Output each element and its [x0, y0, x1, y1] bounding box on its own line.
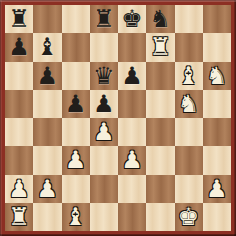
- square-g2[interactable]: [175, 175, 203, 203]
- square-b2[interactable]: ♟: [33, 175, 61, 203]
- square-d2[interactable]: [90, 175, 118, 203]
- piece-black-knight[interactable]: ♞: [150, 5, 172, 33]
- square-g6[interactable]: ♝: [175, 62, 203, 90]
- piece-white-knight[interactable]: ♞: [178, 90, 200, 118]
- square-a7[interactable]: ♟: [5, 33, 33, 61]
- square-g7[interactable]: [175, 33, 203, 61]
- piece-white-pawn[interactable]: ♟: [121, 146, 143, 174]
- square-g8[interactable]: [175, 5, 203, 33]
- square-g3[interactable]: [175, 146, 203, 174]
- square-a4[interactable]: [5, 118, 33, 146]
- square-a5[interactable]: [5, 90, 33, 118]
- piece-black-rook[interactable]: ♜: [8, 5, 30, 33]
- square-b8[interactable]: [33, 5, 61, 33]
- square-d6[interactable]: ♛: [90, 62, 118, 90]
- square-f1[interactable]: [146, 203, 174, 231]
- square-e5[interactable]: [118, 90, 146, 118]
- square-e2[interactable]: [118, 175, 146, 203]
- piece-white-pawn[interactable]: ♟: [206, 175, 228, 203]
- square-d3[interactable]: [90, 146, 118, 174]
- square-h5[interactable]: [203, 90, 231, 118]
- square-b4[interactable]: [33, 118, 61, 146]
- piece-black-pawn[interactable]: ♟: [65, 90, 87, 118]
- square-h1[interactable]: [203, 203, 231, 231]
- piece-black-pawn[interactable]: ♟: [121, 62, 143, 90]
- square-h2[interactable]: ♟: [203, 175, 231, 203]
- piece-white-pawn[interactable]: ♟: [65, 146, 87, 174]
- square-d8[interactable]: ♜: [90, 5, 118, 33]
- square-e7[interactable]: [118, 33, 146, 61]
- square-c4[interactable]: [62, 118, 90, 146]
- square-c8[interactable]: [62, 5, 90, 33]
- square-f6[interactable]: [146, 62, 174, 90]
- square-h4[interactable]: [203, 118, 231, 146]
- piece-black-queen[interactable]: ♛: [93, 62, 115, 90]
- square-d4[interactable]: ♟: [90, 118, 118, 146]
- piece-white-king[interactable]: ♚: [178, 203, 200, 231]
- square-e4[interactable]: [118, 118, 146, 146]
- chess-board-frame: ♜♜♚♞♟♝♜♟♛♟♝♞♟♟♞♟♟♟♟♟♟♜♝♚: [0, 0, 236, 236]
- square-b3[interactable]: [33, 146, 61, 174]
- square-b1[interactable]: [33, 203, 61, 231]
- square-c6[interactable]: [62, 62, 90, 90]
- square-f8[interactable]: ♞: [146, 5, 174, 33]
- square-h8[interactable]: [203, 5, 231, 33]
- square-h3[interactable]: [203, 146, 231, 174]
- piece-white-knight[interactable]: ♞: [206, 62, 228, 90]
- square-b5[interactable]: [33, 90, 61, 118]
- square-f5[interactable]: [146, 90, 174, 118]
- square-a1[interactable]: ♜: [5, 203, 33, 231]
- square-a6[interactable]: [5, 62, 33, 90]
- piece-white-rook[interactable]: ♜: [8, 203, 30, 231]
- square-g5[interactable]: ♞: [175, 90, 203, 118]
- piece-black-king[interactable]: ♚: [121, 5, 143, 33]
- square-c7[interactable]: [62, 33, 90, 61]
- square-c2[interactable]: [62, 175, 90, 203]
- square-e6[interactable]: ♟: [118, 62, 146, 90]
- square-e8[interactable]: ♚: [118, 5, 146, 33]
- square-f2[interactable]: [146, 175, 174, 203]
- square-h7[interactable]: [203, 33, 231, 61]
- piece-white-bishop[interactable]: ♝: [178, 62, 200, 90]
- piece-white-pawn[interactable]: ♟: [8, 175, 30, 203]
- piece-black-pawn[interactable]: ♟: [37, 62, 59, 90]
- square-e1[interactable]: [118, 203, 146, 231]
- square-c3[interactable]: ♟: [62, 146, 90, 174]
- piece-black-rook[interactable]: ♜: [93, 5, 115, 33]
- square-a8[interactable]: ♜: [5, 5, 33, 33]
- square-b7[interactable]: ♝: [33, 33, 61, 61]
- square-b6[interactable]: ♟: [33, 62, 61, 90]
- square-d7[interactable]: [90, 33, 118, 61]
- piece-black-pawn[interactable]: ♟: [93, 90, 115, 118]
- piece-black-bishop[interactable]: ♝: [37, 33, 59, 61]
- square-c1[interactable]: ♝: [62, 203, 90, 231]
- square-f7[interactable]: ♜: [146, 33, 174, 61]
- piece-white-pawn[interactable]: ♟: [93, 118, 115, 146]
- square-d1[interactable]: [90, 203, 118, 231]
- square-d5[interactable]: ♟: [90, 90, 118, 118]
- piece-white-pawn[interactable]: ♟: [37, 175, 59, 203]
- chess-board: ♜♜♚♞♟♝♜♟♛♟♝♞♟♟♞♟♟♟♟♟♟♜♝♚: [5, 5, 231, 231]
- square-f4[interactable]: [146, 118, 174, 146]
- square-h6[interactable]: ♞: [203, 62, 231, 90]
- square-g1[interactable]: ♚: [175, 203, 203, 231]
- square-g4[interactable]: [175, 118, 203, 146]
- piece-white-rook[interactable]: ♜: [150, 33, 172, 61]
- square-f3[interactable]: [146, 146, 174, 174]
- square-a3[interactable]: [5, 146, 33, 174]
- piece-black-pawn[interactable]: ♟: [8, 33, 30, 61]
- square-e3[interactable]: ♟: [118, 146, 146, 174]
- square-c5[interactable]: ♟: [62, 90, 90, 118]
- piece-white-bishop[interactable]: ♝: [65, 203, 87, 231]
- square-a2[interactable]: ♟: [5, 175, 33, 203]
